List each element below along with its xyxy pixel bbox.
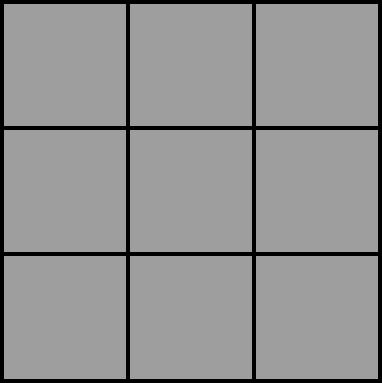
sudoku-box-3 <box>256 4 378 126</box>
sudoku-box-2 <box>130 4 252 126</box>
sudoku-box-7 <box>4 256 126 379</box>
sudoku-box-6 <box>256 130 378 252</box>
sudoku-box-4 <box>4 130 126 252</box>
sudoku-board <box>0 0 382 383</box>
sudoku-box-5 <box>130 130 252 252</box>
sudoku-box-9 <box>256 256 378 379</box>
sudoku-box-1 <box>4 4 126 126</box>
sudoku-box-8 <box>130 256 252 379</box>
